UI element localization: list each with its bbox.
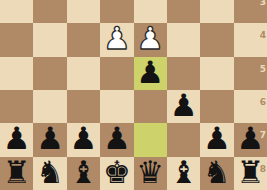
- square-e5[interactable]: [100, 57, 133, 90]
- square-b8[interactable]: ♞: [200, 157, 233, 190]
- square-c7[interactable]: [167, 123, 200, 156]
- square-e4[interactable]: ♟: [100, 23, 133, 56]
- rank-label-4: 4: [260, 31, 266, 40]
- square-a3[interactable]: 3: [234, 0, 267, 23]
- square-g6[interactable]: [33, 90, 66, 123]
- square-h4[interactable]: [0, 23, 33, 56]
- square-b6[interactable]: [200, 90, 233, 123]
- square-g8[interactable]: ♞: [33, 157, 66, 190]
- chess-board-viewport: 3♟♟4♟5♟6♟♟♟♟♟♟7♜♞♝♚♛♝♞♜8: [0, 0, 267, 190]
- square-f5[interactable]: [67, 57, 100, 90]
- black-rook-h8[interactable]: ♜: [3, 156, 31, 189]
- square-h5[interactable]: [0, 57, 33, 90]
- black-pawn-c6[interactable]: ♟: [170, 89, 198, 122]
- square-h8[interactable]: ♜: [0, 157, 33, 190]
- black-knight-g8[interactable]: ♞: [36, 156, 64, 189]
- square-h6[interactable]: [0, 90, 33, 123]
- square-g4[interactable]: [33, 23, 66, 56]
- black-pawn-h7[interactable]: ♟: [3, 122, 31, 155]
- square-e8[interactable]: ♚: [100, 157, 133, 190]
- black-pawn-b7[interactable]: ♟: [203, 122, 231, 155]
- square-h7[interactable]: ♟: [0, 123, 33, 156]
- black-king-e8[interactable]: ♚: [103, 156, 131, 189]
- square-c5[interactable]: [167, 57, 200, 90]
- square-d5[interactable]: ♟: [134, 57, 167, 90]
- black-bishop-c8[interactable]: ♝: [170, 156, 198, 189]
- square-b4[interactable]: [200, 23, 233, 56]
- square-g5[interactable]: [33, 57, 66, 90]
- square-f3[interactable]: [67, 0, 100, 23]
- square-e7[interactable]: ♟: [100, 123, 133, 156]
- square-a8[interactable]: ♜8: [234, 157, 267, 190]
- square-c8[interactable]: ♝: [167, 157, 200, 190]
- square-f7[interactable]: ♟: [67, 123, 100, 156]
- square-c4[interactable]: [167, 23, 200, 56]
- black-queen-d8[interactable]: ♛: [136, 156, 164, 189]
- square-g3[interactable]: [33, 0, 66, 23]
- square-a4[interactable]: 4: [234, 23, 267, 56]
- square-f8[interactable]: ♝: [67, 157, 100, 190]
- black-rook-a8[interactable]: ♜: [236, 156, 264, 189]
- square-f4[interactable]: [67, 23, 100, 56]
- black-pawn-d5[interactable]: ♟: [136, 56, 164, 89]
- black-pawn-f7[interactable]: ♟: [70, 122, 98, 155]
- chess-board: 3♟♟4♟5♟6♟♟♟♟♟♟7♜♞♝♚♛♝♞♜8: [0, 0, 267, 190]
- rank-label-3: 3: [260, 0, 266, 7]
- black-pawn-e7[interactable]: ♟: [103, 122, 131, 155]
- square-b5[interactable]: [200, 57, 233, 90]
- white-pawn-e4[interactable]: ♟: [103, 22, 131, 55]
- square-c3[interactable]: [167, 0, 200, 23]
- square-h3[interactable]: [0, 0, 33, 23]
- black-pawn-g7[interactable]: ♟: [36, 122, 64, 155]
- square-a5[interactable]: 5: [234, 57, 267, 90]
- square-f6[interactable]: [67, 90, 100, 123]
- black-bishop-f8[interactable]: ♝: [70, 156, 98, 189]
- square-d7[interactable]: [134, 123, 167, 156]
- black-pawn-a7[interactable]: ♟: [236, 122, 264, 155]
- rank-label-5: 5: [260, 65, 266, 74]
- square-c6[interactable]: ♟: [167, 90, 200, 123]
- square-d6[interactable]: [134, 90, 167, 123]
- square-e6[interactable]: [100, 90, 133, 123]
- square-b3[interactable]: [200, 0, 233, 23]
- square-b7[interactable]: ♟: [200, 123, 233, 156]
- square-g7[interactable]: ♟: [33, 123, 66, 156]
- square-a7[interactable]: ♟7: [234, 123, 267, 156]
- square-a6[interactable]: 6: [234, 90, 267, 123]
- square-d4[interactable]: ♟: [134, 23, 167, 56]
- white-pawn-d4[interactable]: ♟: [136, 22, 164, 55]
- square-d8[interactable]: ♛: [134, 157, 167, 190]
- rank-label-6: 6: [260, 98, 266, 107]
- black-knight-b8[interactable]: ♞: [203, 156, 231, 189]
